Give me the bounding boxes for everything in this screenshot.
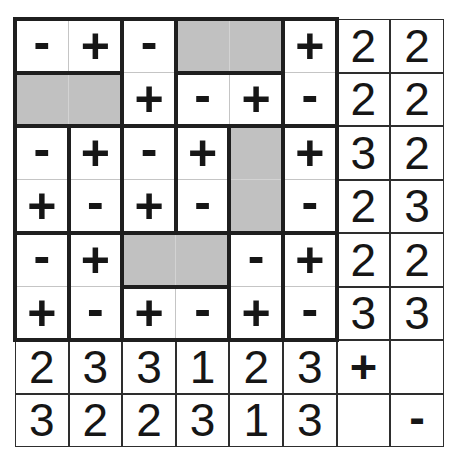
plus-symbol: +: [242, 288, 271, 338]
domino-divider: [70, 286, 122, 287]
corner-minus-symbol: -: [409, 389, 425, 444]
cell-r3c4: +: [176, 126, 230, 180]
plus-symbol: +: [295, 235, 324, 285]
neutral-cell-r5c4: [176, 233, 230, 287]
clue-minus-col-2: 2: [69, 394, 123, 448]
domino-divider: [68, 74, 69, 126]
plus-symbol: +: [188, 128, 217, 178]
cell-r2c6: -: [283, 73, 337, 127]
clue-minus-row-4: 3: [390, 180, 444, 234]
cell-r1c1: -: [15, 19, 69, 73]
cell-r4c1: +: [15, 180, 69, 234]
neutral-cell-r5c3: [122, 233, 176, 287]
clue-minus-row-1: 2: [390, 19, 444, 73]
domino-divider: [177, 179, 229, 180]
minus-symbol: -: [194, 284, 211, 334]
clue-plus-col-3: 3: [122, 340, 176, 394]
cell-r6c6: -: [283, 287, 337, 341]
domino-divider: [284, 179, 336, 180]
board: -+-++-+--+-+++-+---+-++-+-+-222232232233…: [0, 0, 458, 466]
cell-r1c6: +: [283, 19, 337, 73]
plus-symbol: +: [81, 128, 110, 178]
clue-minus-row-3: 2: [390, 126, 444, 180]
plus-symbol: +: [81, 235, 110, 285]
corner-minus-label: -: [390, 394, 444, 448]
minus-symbol: -: [141, 17, 158, 67]
cell-r4c3: +: [122, 180, 176, 234]
corner-empty-cell-2: [337, 394, 391, 448]
clue-minus-col-1: 3: [15, 394, 69, 448]
clue-plus-row-5: 2: [337, 233, 391, 287]
domino-divider: [230, 179, 282, 180]
minus-symbol: -: [194, 70, 211, 120]
minus-symbol: -: [301, 284, 318, 334]
minus-symbol: -: [141, 124, 158, 174]
clue-minus-col-3: 2: [122, 394, 176, 448]
corner-plus-symbol: +: [350, 339, 377, 394]
cell-r3c6: +: [283, 126, 337, 180]
minus-symbol: -: [301, 70, 318, 120]
cell-r1c3: -: [122, 19, 176, 73]
domino-divider: [284, 72, 336, 73]
clue-minus-row-2: 2: [390, 73, 444, 127]
domino-divider: [284, 286, 336, 287]
neutral-cell-r3c5: [229, 126, 283, 180]
cell-r6c2: -: [69, 287, 123, 341]
cell-r3c2: +: [69, 126, 123, 180]
domino-divider: [229, 20, 230, 72]
domino-divider: [229, 74, 230, 126]
cell-r3c3: -: [122, 126, 176, 180]
neutral-cell-r2c2: [69, 73, 123, 127]
domino-divider: [70, 179, 122, 180]
cell-r4c2: -: [69, 180, 123, 234]
clue-minus-col-6: 3: [283, 394, 337, 448]
cell-r5c2: +: [69, 233, 123, 287]
clue-plus-col-1: 2: [15, 340, 69, 394]
domino-divider: [123, 72, 175, 73]
cell-r2c3: +: [122, 73, 176, 127]
neutral-cell-r2c1: [15, 73, 69, 127]
clue-minus-col-4: 3: [176, 394, 230, 448]
neutral-cell-r4c5: [229, 180, 283, 234]
cell-r1c2: +: [69, 19, 123, 73]
cell-r2c5: +: [229, 73, 283, 127]
minus-symbol: -: [33, 17, 50, 67]
plus-symbol: +: [134, 181, 163, 231]
clue-minus-row-6: 3: [390, 287, 444, 341]
clue-minus-row-5: 2: [390, 233, 444, 287]
cell-r5c1: -: [15, 233, 69, 287]
domino-divider: [230, 286, 282, 287]
clue-plus-row-2: 2: [337, 73, 391, 127]
plus-symbol: +: [27, 288, 56, 338]
cell-r4c4: -: [176, 180, 230, 234]
clue-plus-row-4: 2: [337, 180, 391, 234]
clue-plus-col-4: 1: [176, 340, 230, 394]
cell-r4c6: -: [283, 180, 337, 234]
clue-plus-row-3: 3: [337, 126, 391, 180]
domino-divider: [175, 288, 176, 340]
cell-r6c5: +: [229, 287, 283, 341]
domino-divider: [175, 234, 176, 286]
minus-symbol: -: [87, 284, 104, 334]
neutral-cell-r1c5: [229, 19, 283, 73]
cell-r6c3: +: [122, 287, 176, 341]
corner-empty-cell-1: [390, 340, 444, 394]
corner-plus-label: +: [337, 340, 391, 394]
plus-symbol: +: [134, 288, 163, 338]
cell-r5c5: -: [229, 233, 283, 287]
minus-symbol: -: [248, 231, 265, 281]
neutral-cell-r1c4: [176, 19, 230, 73]
cell-r3c1: -: [15, 126, 69, 180]
domino-divider: [16, 179, 68, 180]
cell-r2c4: -: [176, 73, 230, 127]
plus-symbol: +: [134, 74, 163, 124]
cell-r6c1: +: [15, 287, 69, 341]
cell-r5c6: +: [283, 233, 337, 287]
plus-symbol: +: [242, 74, 271, 124]
plus-symbol: +: [81, 21, 110, 71]
plus-symbol: +: [27, 181, 56, 231]
minus-symbol: -: [87, 177, 104, 227]
clue-plus-col-2: 3: [69, 340, 123, 394]
clue-plus-col-5: 2: [229, 340, 283, 394]
minus-symbol: -: [194, 177, 211, 227]
minus-symbol: -: [33, 231, 50, 281]
clue-plus-row-1: 2: [337, 19, 391, 73]
plus-symbol: +: [295, 128, 324, 178]
clue-plus-row-6: 3: [337, 287, 391, 341]
domino-divider: [68, 20, 69, 72]
plus-symbol: +: [295, 21, 324, 71]
cell-r6c4: -: [176, 287, 230, 341]
clue-minus-col-5: 1: [229, 394, 283, 448]
clue-plus-col-6: 3: [283, 340, 337, 394]
domino-divider: [16, 286, 68, 287]
minus-symbol: -: [301, 177, 318, 227]
domino-divider: [123, 179, 175, 180]
minus-symbol: -: [33, 124, 50, 174]
